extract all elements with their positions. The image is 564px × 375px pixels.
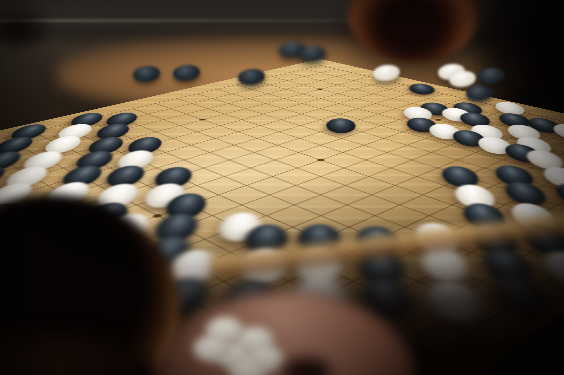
go-photo-scene	[0, 0, 564, 375]
lid-white-stone	[193, 335, 231, 362]
lid-stones-layer	[0, 0, 564, 375]
